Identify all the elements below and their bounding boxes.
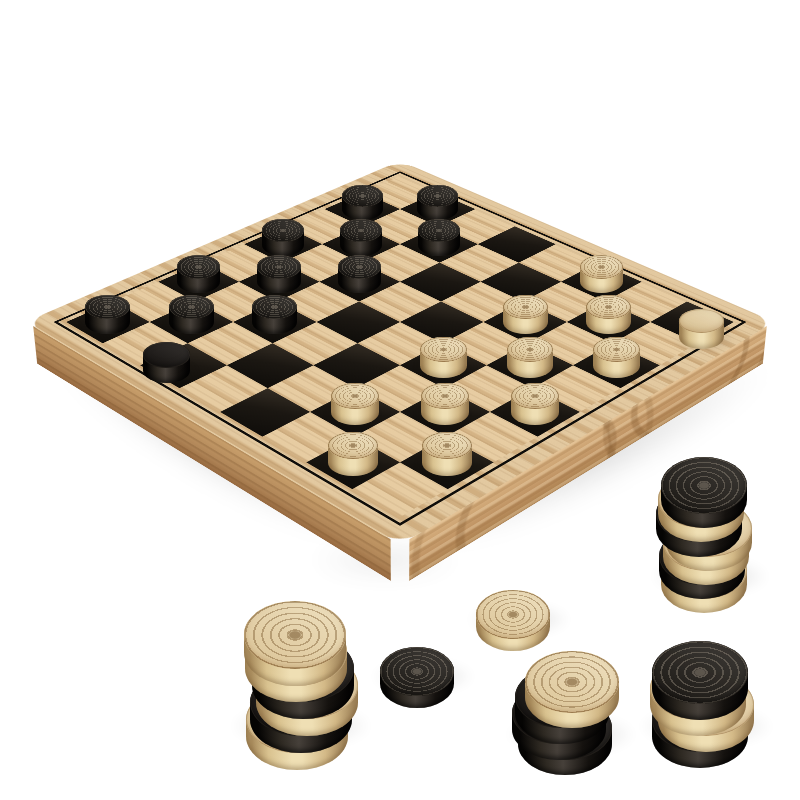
square-u3v7[interactable] <box>179 365 267 412</box>
checker-face <box>476 590 550 639</box>
checker-light-left-stack-5[interactable] <box>244 601 346 685</box>
checker-face <box>262 219 304 242</box>
checker-black-u2v7[interactable] <box>143 342 190 383</box>
checker-face <box>418 219 460 242</box>
checker-black-u2v1[interactable] <box>418 219 460 256</box>
checker-face <box>244 601 346 668</box>
checker-light-u6v1[interactable] <box>586 295 631 334</box>
checker-black-single-black-0[interactable] <box>380 647 454 708</box>
checker-face <box>143 342 190 367</box>
checker-face <box>586 295 631 319</box>
checker-black-u0v1[interactable] <box>342 185 383 221</box>
checker-light-u5v0[interactable] <box>580 255 623 293</box>
checker-light-u7v0[interactable] <box>679 309 725 349</box>
checker-face <box>503 295 548 319</box>
checker-black-u1v0[interactable] <box>417 185 458 221</box>
checker-black-u2v3[interactable] <box>338 255 381 293</box>
square-u4v7[interactable] <box>220 388 310 436</box>
checker-face <box>580 255 623 279</box>
checker-black-right-upper-stack-6[interactable] <box>661 457 747 528</box>
checker-face <box>511 383 560 409</box>
checker-face <box>169 295 214 319</box>
checker-face <box>257 255 300 279</box>
checker-face <box>421 383 470 409</box>
checker-light-u7v6[interactable] <box>422 432 472 476</box>
checker-black-u0v7[interactable] <box>85 295 130 334</box>
checker-light-u6v3[interactable] <box>507 337 554 378</box>
checker-black-right-lower-stack-3[interactable] <box>652 641 748 720</box>
checker-face <box>422 432 472 459</box>
checker-light-u5v2[interactable] <box>503 295 548 334</box>
checker-black-u0v3[interactable] <box>262 219 304 256</box>
checker-black-u1v6[interactable] <box>169 295 214 334</box>
checker-face <box>420 337 467 362</box>
checker-face <box>593 337 640 362</box>
checker-face <box>652 641 748 704</box>
checker-face <box>331 383 380 409</box>
checker-light-u6v7[interactable] <box>328 432 378 476</box>
checker-light-u7v2[interactable] <box>593 337 640 378</box>
product-photo-scene <box>0 0 800 800</box>
checker-face <box>340 219 382 242</box>
checker-light-u5v4[interactable] <box>420 337 467 378</box>
checker-black-u2v5[interactable] <box>252 295 297 334</box>
checker-black-u1v2[interactable] <box>340 219 382 256</box>
checker-face <box>661 457 747 514</box>
checker-face <box>417 185 458 207</box>
checker-light-mid-stack-3[interactable] <box>525 651 619 729</box>
checker-face <box>342 185 383 207</box>
square-u4v5[interactable] <box>313 343 400 388</box>
checker-light-u7v4[interactable] <box>511 383 560 425</box>
checker-light-single-light-0[interactable] <box>476 590 550 651</box>
checker-face <box>525 651 619 713</box>
checker-face <box>380 647 454 696</box>
checker-light-u6v5[interactable] <box>421 383 470 425</box>
checker-black-u1v4[interactable] <box>257 255 300 293</box>
square-u3v6[interactable] <box>227 343 314 388</box>
checker-light-u5v6[interactable] <box>331 383 380 425</box>
checker-face <box>177 255 220 279</box>
checker-black-u0v5[interactable] <box>177 255 220 293</box>
